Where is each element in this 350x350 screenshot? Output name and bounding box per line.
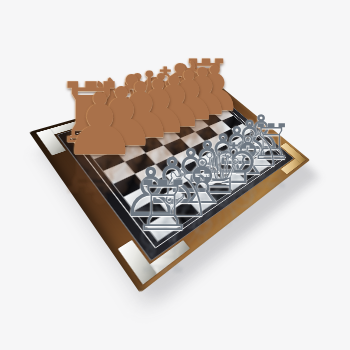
chess-board (29, 80, 310, 293)
chess-set-photo: ♜♜♞♞♝♝♛♛♚♚♝♝♞♞♜♜♟♟♟♟♟♟♟♟♟♟♟♟♟♟♟♟♙♙♙♙♙♙♙♙… (0, 0, 350, 350)
